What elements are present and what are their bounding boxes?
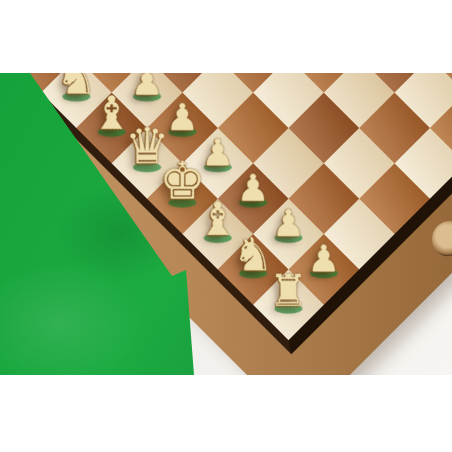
piece-glyph: ♟ [166, 99, 199, 136]
piece-glyph: ♟ [307, 240, 340, 277]
photo-area: ♜♟♞♟♝♟♛♟♚♟♝♟♞♟♜♟ [0, 73, 452, 375]
piece-glyph: ♟ [272, 205, 305, 242]
piece-glyph: ♟ [237, 170, 270, 207]
piece-glyph: ♟ [130, 73, 163, 101]
photo-of-travel-chess-set: ♜♟♞♟♝♟♛♟♚♟♝♟♞♟♜♟ [0, 0, 452, 452]
piece-glyph: ♜ [269, 269, 308, 313]
piece-glyph: ♟ [201, 134, 234, 171]
piece-glyph: ♞ [233, 231, 274, 277]
